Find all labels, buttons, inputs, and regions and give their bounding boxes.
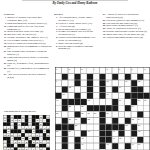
- black-cell: [75, 93, 81, 99]
- down-clue-column: DOWN 1After hosting meat, seduce lighter…: [54, 13, 101, 66]
- black-cell: [100, 80, 106, 86]
- grid-cell[interactable]: [81, 124, 87, 130]
- grid-cell[interactable]: [112, 149, 118, 150]
- grid-cell[interactable]: 11: [125, 80, 131, 86]
- grid-cell[interactable]: [81, 93, 87, 99]
- cell-number: 36: [125, 124, 127, 126]
- grid-cell[interactable]: [56, 118, 62, 124]
- cell-number: 42: [138, 131, 140, 133]
- black-cell: [137, 87, 143, 93]
- grid-cell[interactable]: 4: [93, 68, 99, 74]
- grid-cell[interactable]: 3: [81, 68, 87, 74]
- grid-cell[interactable]: [144, 112, 150, 118]
- grid-cell[interactable]: [119, 143, 125, 149]
- grid-cell[interactable]: [75, 87, 81, 93]
- solution-grid: PRRABTEOUNIAOVAIULDANTATERSOUTEYSRSEDANA…: [3, 115, 50, 150]
- cell-number: 28: [94, 112, 96, 114]
- grid-cell[interactable]: [56, 137, 62, 143]
- clue-text: Acid Test celebrates an outré adjusted (…: [7, 73, 52, 79]
- grid-cell[interactable]: [56, 74, 62, 80]
- grid-cell[interactable]: 38: [56, 131, 62, 137]
- cell-number: 10: [106, 80, 108, 82]
- grid-cell[interactable]: 27: [87, 112, 93, 118]
- grid-cell[interactable]: [68, 149, 74, 150]
- grid-cell[interactable]: [68, 93, 74, 99]
- grid-cell[interactable]: [87, 149, 93, 150]
- grid-cell[interactable]: [112, 68, 118, 74]
- grid-cell[interactable]: 16: [106, 93, 112, 99]
- grid-cell[interactable]: [93, 74, 99, 80]
- grid-cell[interactable]: [119, 118, 125, 124]
- grid-cell[interactable]: [125, 87, 131, 93]
- grid-cell[interactable]: [112, 80, 118, 86]
- cell-number: 4: [94, 68, 95, 70]
- grid-cell[interactable]: [87, 124, 93, 130]
- cell-number: 12: [138, 80, 140, 82]
- cell-number: 32: [88, 118, 90, 120]
- clue: 8Solvent singer recognizes through housi…: [54, 45, 101, 51]
- solution-caption: Last Saturday's Puzzle Solved: [4, 110, 52, 114]
- grid-cell[interactable]: [137, 68, 143, 74]
- grid-cell[interactable]: 30: [68, 118, 74, 124]
- cell-number: 25: [56, 112, 58, 114]
- black-cell: [62, 105, 68, 111]
- down-continued-clue-list: 23A group of clues in a crossword conven…: [102, 13, 149, 38]
- cell-number: 48: [106, 143, 108, 145]
- grid-cell[interactable]: 49: [131, 143, 137, 149]
- black-cell: [119, 124, 125, 130]
- black-cell: [100, 118, 106, 124]
- black-cell: [131, 87, 137, 93]
- grid-cell[interactable]: [93, 87, 99, 93]
- black-cell: [68, 99, 74, 105]
- black-cell: [75, 74, 81, 80]
- grid-cell[interactable]: 26: [81, 112, 87, 118]
- cell-number: 47: [81, 143, 83, 145]
- cell-number: 31: [75, 118, 77, 120]
- grid-cell[interactable]: 5: [106, 68, 112, 74]
- grid-cell[interactable]: 43: [81, 137, 87, 143]
- black-cell: [131, 93, 137, 99]
- grid-cell[interactable]: 34: [137, 118, 143, 124]
- across-clue-list: 1Builder of Jurassic Park apart mix Cart…: [3, 16, 52, 78]
- grid-cell[interactable]: [125, 99, 131, 105]
- grid-cell[interactable]: [119, 93, 125, 99]
- black-cell: [62, 124, 68, 130]
- cell-number: 30: [69, 118, 71, 120]
- cell-number: 24: [132, 106, 134, 108]
- black-cell: [81, 118, 87, 124]
- cell-number: 17: [56, 99, 58, 101]
- byline: By Emily Cox and Henry Rathvon: [0, 1, 150, 7]
- black-cell: [75, 143, 81, 149]
- grid-cell[interactable]: 33: [131, 118, 137, 124]
- grid-cell[interactable]: [100, 68, 106, 74]
- cell-number: 11: [125, 80, 127, 82]
- grid-cell[interactable]: 36: [125, 124, 131, 130]
- cell-number: 16: [106, 93, 108, 95]
- grid-cell[interactable]: [144, 143, 150, 149]
- black-cell: [125, 143, 131, 149]
- black-cell: [137, 137, 143, 143]
- grid-cell[interactable]: 1: [56, 68, 62, 74]
- cell-number: 45: [119, 137, 121, 139]
- byline-text: By Emily Cox and Henry Rathvon: [0, 1, 150, 4]
- cell-number: 43: [81, 137, 83, 139]
- grid-cell[interactable]: 40: [87, 131, 93, 137]
- cell-number: 41: [113, 131, 115, 133]
- cell-number: 35: [75, 124, 77, 126]
- grid-cell[interactable]: 46: [131, 137, 137, 143]
- grid-cell[interactable]: [62, 149, 68, 150]
- cell-number: 34: [138, 118, 140, 120]
- cell-number: 38: [56, 131, 58, 133]
- black-cell: [68, 124, 74, 130]
- black-cell: [100, 131, 106, 137]
- grid-cell[interactable]: 2: [68, 68, 74, 74]
- grid-cell[interactable]: [81, 149, 87, 150]
- grid-cell[interactable]: 42: [137, 131, 143, 137]
- black-cell: [131, 80, 137, 86]
- cell-number: 46: [132, 137, 134, 139]
- cell-number: 27: [88, 112, 90, 114]
- black-cell: [62, 118, 68, 124]
- grid-cell[interactable]: [131, 149, 137, 150]
- black-cell: [112, 74, 118, 80]
- black-cell: [62, 74, 68, 80]
- grid-cell[interactable]: 14: [119, 87, 125, 93]
- cell-number: 20: [138, 99, 140, 101]
- grid-cell[interactable]: 29: [106, 112, 112, 118]
- grid-cell[interactable]: 37: [137, 124, 143, 130]
- black-cell: [100, 87, 106, 93]
- grid-cell[interactable]: 51: [56, 149, 62, 150]
- cell-number: 6: [119, 68, 120, 70]
- grid-cell[interactable]: [125, 112, 131, 118]
- black-cell: [87, 105, 93, 111]
- cell-number: 2: [69, 68, 70, 70]
- black-cell: [56, 124, 62, 130]
- grid-cell[interactable]: [62, 112, 68, 118]
- black-cell: [137, 112, 143, 118]
- grid-cell[interactable]: [144, 137, 150, 143]
- black-cell: [81, 131, 87, 137]
- grid-cell[interactable]: [93, 99, 99, 105]
- black-cell: [93, 105, 99, 111]
- clue: 34Visualizing compressional states (4): [102, 36, 149, 39]
- black-cell: [112, 105, 118, 111]
- grid-cell[interactable]: [144, 124, 150, 130]
- black-cell: [137, 74, 143, 80]
- grid-cell[interactable]: 28: [93, 112, 99, 118]
- cell-number: 39: [69, 131, 71, 133]
- cell-number: 37: [138, 124, 140, 126]
- grid-cell[interactable]: [112, 112, 118, 118]
- grid-cell[interactable]: [144, 149, 150, 150]
- black-cell: [112, 124, 118, 130]
- grid-cell[interactable]: 39: [68, 131, 74, 137]
- grid-cell[interactable]: [87, 68, 93, 74]
- grid-cell[interactable]: 6: [119, 68, 125, 74]
- grid-cell[interactable]: [56, 143, 62, 149]
- grid-cell[interactable]: [106, 118, 112, 124]
- grid-cell[interactable]: 18: [87, 99, 93, 105]
- grid-cell[interactable]: [119, 112, 125, 118]
- black-cell: [62, 137, 68, 143]
- grid-cell[interactable]: 19: [119, 99, 125, 105]
- grid-cell[interactable]: [93, 149, 99, 150]
- cell-number: 22: [69, 106, 71, 108]
- cell-number: 18: [88, 99, 90, 101]
- black-cell: [75, 112, 81, 118]
- black-cell: [56, 93, 62, 99]
- black-cell: [119, 131, 125, 137]
- grid-cell[interactable]: [119, 149, 125, 150]
- grid-cell[interactable]: 44: [112, 137, 118, 143]
- grid-cell[interactable]: 48: [106, 143, 112, 149]
- grid-cell[interactable]: [68, 143, 74, 149]
- grid-cell[interactable]: [144, 105, 150, 111]
- grid-cell[interactable]: [106, 74, 112, 80]
- grid-cell[interactable]: [137, 105, 143, 111]
- grid-cell[interactable]: [62, 68, 68, 74]
- main-crossword-grid[interactable]: 1234567891011121314151617181920212223242…: [55, 67, 150, 150]
- cell-number: 50: [138, 143, 140, 145]
- grid-cell[interactable]: [144, 87, 150, 93]
- grid-cell[interactable]: 7: [131, 68, 137, 74]
- black-cell: [87, 93, 93, 99]
- black-cell: [106, 124, 112, 130]
- black-cell: [100, 143, 106, 149]
- black-cell: [87, 74, 93, 80]
- grid-cell[interactable]: [75, 131, 81, 137]
- grid-cell[interactable]: [144, 74, 150, 80]
- cell-number: 19: [119, 99, 121, 101]
- black-cell: [131, 99, 137, 105]
- grid-cell[interactable]: [106, 149, 112, 150]
- cell-number: 7: [132, 68, 133, 70]
- black-cell: [62, 87, 68, 93]
- grid-cell[interactable]: [106, 87, 112, 93]
- black-cell: [125, 93, 131, 99]
- grid-cell[interactable]: [144, 118, 150, 124]
- cell-number: 13: [69, 87, 71, 89]
- clue-number: 34: [102, 36, 105, 39]
- grid-cell[interactable]: 15: [62, 93, 68, 99]
- grid-cell[interactable]: 21: [144, 99, 150, 105]
- grid-cell[interactable]: [131, 112, 137, 118]
- black-cell: [131, 124, 137, 130]
- black-cell: [106, 137, 112, 143]
- grid-cell[interactable]: 35: [75, 124, 81, 130]
- black-cell: [100, 105, 106, 111]
- black-cell: [62, 143, 68, 149]
- grid-cell[interactable]: 22: [68, 105, 74, 111]
- black-cell: [100, 93, 106, 99]
- grid-cell[interactable]: [106, 99, 112, 105]
- cell-number: 1: [56, 68, 57, 70]
- black-cell: [112, 118, 118, 124]
- grid-cell[interactable]: [68, 80, 74, 86]
- grid-cell[interactable]: [56, 105, 62, 111]
- grid-cell[interactable]: [87, 143, 93, 149]
- cell-number: 49: [132, 143, 134, 145]
- grid-cell[interactable]: 25: [56, 112, 62, 118]
- grid-cell[interactable]: [137, 149, 143, 150]
- black-cell: [112, 143, 118, 149]
- cell-number: 8: [144, 68, 145, 70]
- black-cell: [112, 87, 118, 93]
- grid-cell[interactable]: 13: [68, 87, 74, 93]
- grid-cell[interactable]: [93, 137, 99, 143]
- grid-cell[interactable]: 20: [137, 99, 143, 105]
- grid-cell[interactable]: 9: [56, 80, 62, 86]
- grid-cell[interactable]: [62, 80, 68, 86]
- grid-cell[interactable]: 23: [81, 105, 87, 111]
- black-cell: [125, 118, 131, 124]
- grid-cell[interactable]: [93, 124, 99, 130]
- grid-cell[interactable]: [125, 131, 131, 137]
- grid-cell[interactable]: [68, 112, 74, 118]
- black-cell: [75, 99, 81, 105]
- grid-cell[interactable]: 8: [144, 68, 150, 74]
- black-cell: [125, 74, 131, 80]
- black-cell: [100, 137, 106, 143]
- grid-cell[interactable]: [75, 68, 81, 74]
- black-cell: [62, 99, 68, 105]
- black-cell: [125, 105, 131, 111]
- solution-black-cell: [46, 148, 49, 150]
- black-cell: [100, 124, 106, 130]
- grid-cell[interactable]: 17: [56, 99, 62, 105]
- black-cell: [137, 93, 143, 99]
- clue-text: Visualizing compressional states (4): [106, 36, 149, 39]
- cell-number: 26: [81, 112, 83, 114]
- grid-cell[interactable]: 45: [119, 137, 125, 143]
- clue-text: Solvent singer recognizes through housin…: [58, 45, 101, 51]
- black-cell: [106, 131, 112, 137]
- black-cell: [75, 137, 81, 143]
- black-cell: [112, 99, 118, 105]
- grid-cell[interactable]: [68, 137, 74, 143]
- grid-cell[interactable]: [119, 105, 125, 111]
- grid-cell[interactable]: [144, 80, 150, 86]
- grid-cell[interactable]: [100, 149, 106, 150]
- grid-cell[interactable]: [100, 99, 106, 105]
- black-cell: [131, 131, 137, 137]
- grid-cell[interactable]: [112, 93, 118, 99]
- grid-cell[interactable]: 12: [137, 80, 143, 86]
- black-cell: [100, 112, 106, 118]
- black-cell: [144, 93, 150, 99]
- grid-cell[interactable]: [81, 80, 87, 86]
- grid-cell[interactable]: 24: [131, 105, 137, 111]
- cell-number: 29: [106, 112, 108, 114]
- cell-number: 14: [119, 87, 121, 89]
- grid-cell[interactable]: [144, 131, 150, 137]
- grid-cell[interactable]: [93, 131, 99, 137]
- down-clue-column-continued: 23A group of clues in a crossword conven…: [102, 13, 149, 67]
- grid-cell[interactable]: 47: [81, 143, 87, 149]
- cell-number: 44: [113, 137, 115, 139]
- grid-cell[interactable]: 50: [137, 143, 143, 149]
- grid-cell[interactable]: [93, 143, 99, 149]
- black-cell: [106, 105, 112, 111]
- grid-cell[interactable]: [131, 74, 137, 80]
- across-clue-column: ACROSS 1Builder of Jurassic Park apart m…: [3, 13, 52, 106]
- cell-number: 5: [106, 68, 107, 70]
- grid-cell[interactable]: [119, 80, 125, 86]
- black-cell: [81, 99, 87, 105]
- grid-cell[interactable]: 32: [87, 118, 93, 124]
- grid-cell[interactable]: [125, 68, 131, 74]
- clue-number: 27: [3, 73, 6, 79]
- grid-cell[interactable]: [93, 80, 99, 86]
- black-cell: [75, 80, 81, 86]
- cell-number: 40: [88, 131, 90, 133]
- grid-cell[interactable]: [93, 93, 99, 99]
- grid-cell[interactable]: [87, 137, 93, 143]
- black-cell: [87, 87, 93, 93]
- grid-cell[interactable]: [68, 74, 74, 80]
- grid-cell[interactable]: [75, 105, 81, 111]
- cell-number: 15: [62, 93, 64, 95]
- grid-cell[interactable]: [125, 149, 131, 150]
- black-cell: [62, 131, 68, 137]
- cell-number: 9: [56, 80, 57, 82]
- grid-cell[interactable]: 31: [75, 118, 81, 124]
- grid-cell[interactable]: 10: [106, 80, 112, 86]
- black-cell: [87, 80, 93, 86]
- grid-cell[interactable]: [125, 137, 131, 143]
- cell-number: 3: [81, 68, 82, 70]
- clue-number: 8: [54, 45, 57, 51]
- cell-number: 33: [132, 118, 134, 120]
- grid-cell[interactable]: [75, 149, 81, 150]
- clue: 27Acid Test celebrates an outré adjusted…: [3, 73, 52, 79]
- grid-cell[interactable]: [119, 74, 125, 80]
- down-clue-list: 1After hosting meat, seduce lighter alte…: [54, 16, 101, 50]
- cell-number: 21: [144, 99, 146, 101]
- black-cell: [100, 74, 106, 80]
- grid-cell[interactable]: 41: [112, 131, 118, 137]
- grid-cell[interactable]: [56, 87, 62, 93]
- grid-cell[interactable]: [81, 74, 87, 80]
- grid-cell[interactable]: [81, 87, 87, 93]
- cell-number: 23: [81, 106, 83, 108]
- grid-cell[interactable]: [93, 118, 99, 124]
